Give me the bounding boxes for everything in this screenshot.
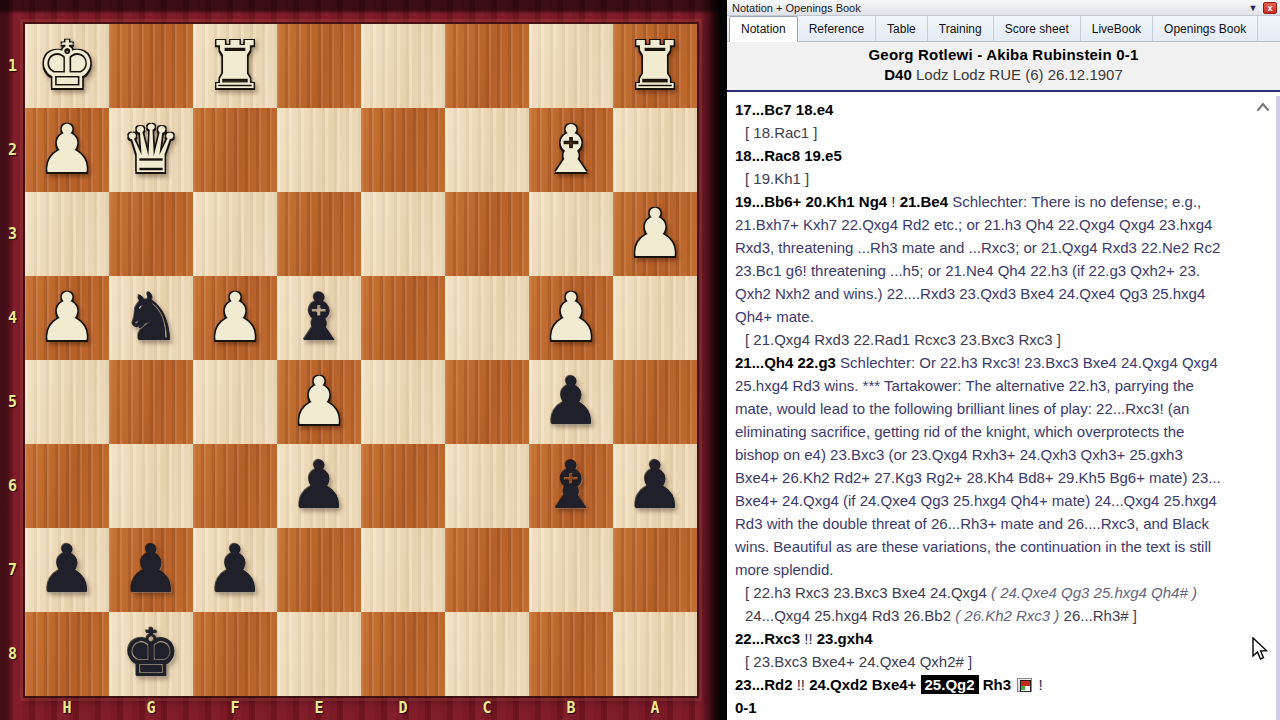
move-text[interactable]: 0-1: [735, 699, 757, 716]
black-pawn-e6[interactable]: ♟: [277, 444, 361, 528]
file-label-d: D: [361, 696, 445, 720]
variation-text[interactable]: [ 22.h3 Rxc3 23.Bxc3 Bxe4 24.Qxg4: [745, 584, 991, 601]
event-info: Lodz Lodz RUE (6) 26.12.1907: [912, 66, 1123, 83]
commentary-text: Qh4+ mate.: [735, 308, 814, 325]
notation-line-18: Bxe4+ 24.Qxg4 (if 24.Qxe4 Qg3 25.hxg4 Qh…: [735, 489, 1258, 512]
move-text[interactable]: 23.gxh4: [817, 630, 873, 647]
square-e2[interactable]: [277, 108, 361, 192]
square-a8[interactable]: [613, 612, 697, 696]
square-c4[interactable]: [445, 276, 529, 360]
notation-line-1: 17...Bc7 18.e4: [735, 98, 1258, 121]
rank-label-8: 8: [0, 612, 25, 696]
commentary-text: Schlechter: Or 22.h3 Rxc3! 23.Bxc3 Bxe4 …: [836, 354, 1218, 371]
tab-training[interactable]: Training: [928, 16, 994, 41]
square-b8[interactable]: [529, 612, 613, 696]
square-d4[interactable]: [361, 276, 445, 360]
square-g2[interactable]: ♛: [109, 108, 193, 192]
white-pawn-h4[interactable]: ♟: [25, 276, 109, 360]
square-h6[interactable]: [25, 444, 109, 528]
variation-text[interactable]: 26...Rh3# ]: [1059, 607, 1137, 624]
move-text[interactable]: 17...Bc7 18.e4: [735, 101, 833, 118]
notation-line-24: 22...Rxc3 !! 23.gxh4: [735, 627, 1258, 650]
square-f5[interactable]: [193, 360, 277, 444]
rank-label-6: 6: [0, 444, 25, 528]
file-label-c: C: [445, 696, 529, 720]
square-c1[interactable]: [445, 24, 529, 108]
scroll-up-icon[interactable]: [1256, 101, 1270, 113]
board-window: 12345678 ♚♜♜♟♛♝♟♟♞♟♝♟♟♟♟♝♟♟♟♟♚ HGFEDCBA: [0, 0, 727, 720]
square-c3[interactable]: [445, 192, 529, 276]
chess-board[interactable]: ♚♜♜♟♛♝♟♟♞♟♝♟♟♟♟♝♟♟♟♟♚: [25, 24, 697, 696]
notation-line-22: [ 22.h3 Rxc3 23.Bxc3 Bxe4 24.Qxg4 ( 24.Q…: [735, 581, 1258, 604]
square-b6[interactable]: ♝: [529, 444, 613, 528]
rank-labels: 12345678: [0, 24, 25, 696]
file-label-f: F: [193, 696, 277, 720]
commentary-text: Bxe4+ 24.Qxg4 (if 24.Qxe4 Qg3 25.hxg4 Qh…: [735, 492, 1217, 509]
eco-code: D40: [884, 66, 912, 83]
square-b5[interactable]: ♟: [529, 360, 613, 444]
square-d3[interactable]: [361, 192, 445, 276]
black-king-g8[interactable]: ♚: [109, 612, 193, 696]
square-a3[interactable]: ♟: [613, 192, 697, 276]
notation-line-5: 19...Bb6+ 20.Kh1 Ng4 ! 21.Be4 Schlechter…: [735, 190, 1258, 213]
square-e1[interactable]: [277, 24, 361, 108]
square-d7[interactable]: [361, 528, 445, 612]
white-pawn-h2[interactable]: ♟: [25, 108, 109, 192]
white-bishop-b2[interactable]: ♝: [529, 108, 613, 192]
pane-title: Notation + Openings Book: [732, 2, 1245, 14]
commentary-text: 25.hxg4 Rd3 wins. *** Tartakower: The al…: [735, 377, 1194, 394]
commentary-text: mate, would lead to the following brilli…: [735, 400, 1189, 417]
diagram-icon: [1017, 678, 1032, 692]
square-h5[interactable]: [25, 360, 109, 444]
square-b1[interactable]: [529, 24, 613, 108]
variation-italic-text[interactable]: ( 24.Qxe4 Qg3 25.hxg4 Qh4# ): [991, 584, 1197, 601]
square-h4[interactable]: ♟: [25, 276, 109, 360]
notation-line-13: 25.hxg4 Rd3 wins. *** Tartakower: The al…: [735, 374, 1258, 397]
tab-score-sheet[interactable]: Score sheet: [994, 16, 1081, 41]
commentary-text: 23.Bc1 g6! threatening ...h5; or 21.Ne4 …: [735, 262, 1200, 279]
square-c6[interactable]: [445, 444, 529, 528]
square-g6[interactable]: [109, 444, 193, 528]
move-text[interactable]: 24.Qxd2 Bxe4+: [809, 676, 920, 693]
move-text[interactable]: 21...Qh4 22.g3: [735, 354, 836, 371]
square-g4[interactable]: ♞: [109, 276, 193, 360]
notation-line-2: [ 18.Rac1 ]: [735, 121, 1258, 144]
commentary-text: wins. Beautiful as are these variations,…: [735, 538, 1211, 555]
game-header: Georg Rotlewi - Akiba Rubinstein 0-1 D40…: [727, 42, 1280, 92]
square-e4[interactable]: ♝: [277, 276, 361, 360]
notation-line-8: 23.Bc1 g6! threatening ...h5; or 21.Ne4 …: [735, 259, 1258, 282]
commentary-text: bishop on e4) 23.Bxc3 (or 23.Qxg4 Rxh3+ …: [735, 446, 1183, 463]
notation-panel: Notation + Openings Book ▼ x NotationRef…: [727, 0, 1280, 720]
notation-line-15: eliminating sacrifice, getting rid of th…: [735, 420, 1258, 443]
variation-italic-text[interactable]: ( 26.Kh2 Rxc3 ): [955, 607, 1059, 624]
variation-text[interactable]: [ 23.Bxc3 Bxe4+ 24.Qxe4 Qxh2# ]: [745, 653, 972, 670]
black-pawn-b5[interactable]: ♟: [529, 360, 613, 444]
game-eco-event: D40 Lodz Lodz RUE (6) 26.12.1907: [727, 66, 1280, 83]
square-c7[interactable]: [445, 528, 529, 612]
square-f2[interactable]: [193, 108, 277, 192]
notation-line-9: Qxh2 Nxh2 and wins.) 22....Rxd3 23.Qxd3 …: [735, 282, 1258, 305]
tab-notation[interactable]: Notation: [729, 16, 798, 42]
white-king-h1[interactable]: ♚: [25, 24, 109, 108]
square-c8[interactable]: [445, 612, 529, 696]
variation-text[interactable]: [ 19.Kh1 ]: [745, 170, 809, 187]
notation-line-4: [ 19.Kh1 ]: [735, 167, 1258, 190]
file-label-e: E: [277, 696, 361, 720]
square-e6[interactable]: ♟: [277, 444, 361, 528]
square-b4[interactable]: ♟: [529, 276, 613, 360]
tab-bar: NotationReferenceTableTrainingScore shee…: [727, 16, 1280, 42]
square-a5[interactable]: [613, 360, 697, 444]
commentary-text: Schlechter: There is no defense; e.g.,: [948, 193, 1201, 210]
square-d5[interactable]: [361, 360, 445, 444]
notation-line-20: wins. Beautiful as are these variations,…: [735, 535, 1258, 558]
tab-reference[interactable]: Reference: [798, 16, 876, 41]
square-e3[interactable]: [277, 192, 361, 276]
rank-label-3: 3: [0, 192, 25, 276]
highlighted-current-move[interactable]: 25.Qg2: [921, 675, 979, 694]
notation-line-21: more splendid.: [735, 558, 1258, 581]
square-g1[interactable]: [109, 24, 193, 108]
notation-line-26: 23...Rd2 !! 24.Qxd2 Bxe4+ 25.Qg2 Rh3 !: [735, 673, 1258, 696]
commentary-text: more splendid.: [735, 561, 833, 578]
square-e8[interactable]: [277, 612, 361, 696]
move-text[interactable]: 18...Rac8 19.e5: [735, 147, 842, 164]
variation-text[interactable]: 24...Qxg4 25.hxg4 Rd3 26.Bb2: [745, 607, 955, 624]
white-pawn-e5[interactable]: ♟: [277, 360, 361, 444]
black-pawn-h7[interactable]: ♟: [25, 528, 109, 612]
square-a1[interactable]: ♜: [613, 24, 697, 108]
pane-titlebar: Notation + Openings Book ▼ x: [727, 0, 1280, 16]
square-h2[interactable]: ♟: [25, 108, 109, 192]
square-d2[interactable]: [361, 108, 445, 192]
square-a6[interactable]: ♟: [613, 444, 697, 528]
annotation-glyph: !: [887, 193, 900, 210]
annotation-glyph: !: [1034, 676, 1042, 693]
notation-line-3: 18...Rac8 19.e5: [735, 144, 1258, 167]
tab-openings-book[interactable]: Openings Book: [1153, 16, 1258, 41]
white-queen-g2[interactable]: ♛: [109, 108, 193, 192]
black-pawn-f7[interactable]: ♟: [193, 528, 277, 612]
square-d8[interactable]: [361, 612, 445, 696]
notation-line-23: 24...Qxg4 25.hxg4 Rd3 26.Bb2 ( 26.Kh2 Rx…: [735, 604, 1258, 627]
mouse-cursor: [1249, 637, 1271, 661]
square-h3[interactable]: [25, 192, 109, 276]
black-knight-g4[interactable]: ♞: [109, 276, 193, 360]
rank-label-4: 4: [0, 276, 25, 360]
move-text[interactable]: 19...Bb6+ 20.Kh1 Ng4: [735, 193, 887, 210]
square-c2[interactable]: [445, 108, 529, 192]
close-icon[interactable]: x: [1263, 2, 1277, 14]
notation-line-25: [ 23.Bxc3 Bxe4+ 24.Qxe4 Qxh2# ]: [735, 650, 1258, 673]
notation-line-17: Bxe4+ 26.Kh2 Rd2+ 27.Kg3 Rg2+ 28.Kh4 Bd8…: [735, 466, 1258, 489]
file-label-g: G: [109, 696, 193, 720]
rank-label-2: 2: [0, 108, 25, 192]
square-h7[interactable]: ♟: [25, 528, 109, 612]
rank-label-1: 1: [0, 24, 25, 108]
notation-line-19: Rd3 with the double threat of 26...Rh3+ …: [735, 512, 1258, 535]
square-f3[interactable]: [193, 192, 277, 276]
square-g7[interactable]: ♟: [109, 528, 193, 612]
annotation-glyph: !!: [800, 630, 817, 647]
square-c5[interactable]: [445, 360, 529, 444]
file-label-a: A: [613, 696, 697, 720]
black-pawn-g7[interactable]: ♟: [109, 528, 193, 612]
commentary-text: 21.Bxh7+ Kxh7 22.Qxg4 Rd2 etc.; or 21.h3…: [735, 216, 1212, 233]
notation-line-10: Qh4+ mate.: [735, 305, 1258, 328]
notation-line-12: 21...Qh4 22.g3 Schlechter: Or 22.h3 Rxc3…: [735, 351, 1258, 374]
notation-line-11: [ 21.Qxg4 Rxd3 22.Rad1 Rcxc3 23.Bxc3 Rxc…: [735, 328, 1258, 351]
move-text[interactable]: 23...Rd2: [735, 676, 793, 693]
square-a7[interactable]: [613, 528, 697, 612]
commentary-text: Rxd3, threatening ...Rh3 mate and ...Rxc…: [735, 239, 1220, 256]
notation-line-14: mate, would lead to the following brilli…: [735, 397, 1258, 420]
square-d6[interactable]: [361, 444, 445, 528]
white-rook-f1[interactable]: ♜: [193, 24, 277, 108]
notation-line-16: bishop on e4) 23.Bxc3 (or 23.Qxg4 Rxh3+ …: [735, 443, 1258, 466]
square-a2[interactable]: [613, 108, 697, 192]
commentary-text: Bxe4+ 26.Kh2 Rd2+ 27.Kg3 Rg2+ 28.Kh4 Bd8…: [735, 469, 1221, 486]
game-players-result: Georg Rotlewi - Akiba Rubinstein 0-1: [727, 46, 1280, 63]
square-f6[interactable]: [193, 444, 277, 528]
commentary-text: Rd3 with the double threat of 26...Rh3+ …: [735, 515, 1209, 532]
commentary-text: Qxh2 Nxh2 and wins.) 22....Rxd3 23.Qxd3 …: [735, 285, 1205, 302]
variation-text[interactable]: [ 21.Qxg4 Rxd3 22.Rad1 Rcxc3 23.Bxc3 Rxc…: [745, 331, 1061, 348]
notation-line-27: 0-1: [735, 696, 1258, 719]
square-h1[interactable]: ♚: [25, 24, 109, 108]
file-label-h: H: [25, 696, 109, 720]
rank-label-5: 5: [0, 360, 25, 444]
tab-livebook[interactable]: LiveBook: [1081, 16, 1153, 41]
notation-line-6: 21.Bxh7+ Kxh7 22.Qxg4 Rd2 etc.; or 21.h3…: [735, 213, 1258, 236]
square-g5[interactable]: [109, 360, 193, 444]
move-text[interactable]: Rh3: [979, 676, 1016, 693]
white-pawn-b4[interactable]: ♟: [529, 276, 613, 360]
file-label-b: B: [529, 696, 613, 720]
square-g8[interactable]: ♚: [109, 612, 193, 696]
move-text[interactable]: 22...Rxc3: [735, 630, 800, 647]
notation-line-7: Rxd3, threatening ...Rh3 mate and ...Rxc…: [735, 236, 1258, 259]
square-a4[interactable]: [613, 276, 697, 360]
annotation-glyph: !!: [793, 676, 810, 693]
white-rook-a1[interactable]: ♜: [613, 24, 697, 108]
pane-dropdown-icon[interactable]: ▼: [1245, 2, 1261, 14]
square-f7[interactable]: ♟: [193, 528, 277, 612]
square-f8[interactable]: [193, 612, 277, 696]
square-f4[interactable]: ♟: [193, 276, 277, 360]
square-b3[interactable]: [529, 192, 613, 276]
black-bishop-b6[interactable]: ♝: [529, 444, 613, 528]
notation-text-area[interactable]: 17...Bc7 18.e4[ 18.Rac1 ]18...Rac8 19.e5…: [727, 96, 1280, 720]
white-pawn-a3[interactable]: ♟: [613, 192, 697, 276]
white-pawn-f4[interactable]: ♟: [193, 276, 277, 360]
square-e7[interactable]: [277, 528, 361, 612]
square-e5[interactable]: ♟: [277, 360, 361, 444]
square-h8[interactable]: [25, 612, 109, 696]
commentary-text: eliminating sacrifice, getting rid of th…: [735, 423, 1184, 440]
rank-label-7: 7: [0, 528, 25, 612]
file-labels: HGFEDCBA: [25, 696, 697, 720]
square-b2[interactable]: ♝: [529, 108, 613, 192]
square-d1[interactable]: [361, 24, 445, 108]
move-text[interactable]: 21.Be4: [900, 193, 948, 210]
square-g3[interactable]: [109, 192, 193, 276]
square-b7[interactable]: [529, 528, 613, 612]
black-pawn-a6[interactable]: ♟: [613, 444, 697, 528]
variation-text[interactable]: [ 18.Rac1 ]: [745, 124, 818, 141]
tab-table[interactable]: Table: [876, 16, 928, 41]
black-bishop-e4[interactable]: ♝: [277, 276, 361, 360]
square-f1[interactable]: ♜: [193, 24, 277, 108]
